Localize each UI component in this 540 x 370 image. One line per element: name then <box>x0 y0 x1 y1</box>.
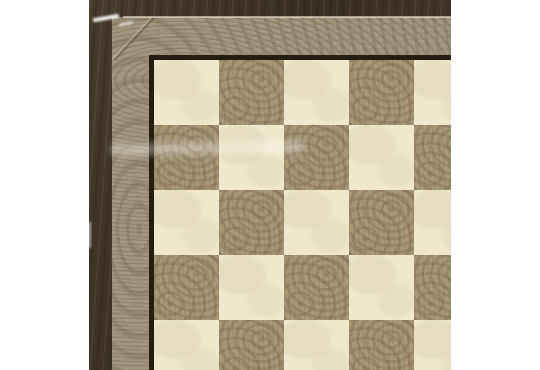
square-e4 <box>414 320 451 370</box>
chessboard-photo <box>89 0 451 370</box>
square-b8 <box>219 60 284 125</box>
square-d8 <box>349 60 414 125</box>
square-d6 <box>349 190 414 255</box>
square-c8 <box>284 60 349 125</box>
gloss-highlight-line <box>123 16 451 18</box>
square-d7 <box>349 125 414 190</box>
square-d4 <box>349 320 414 370</box>
edge-glint <box>89 222 91 248</box>
square-e5 <box>414 255 451 320</box>
chessboard-grid <box>154 60 451 370</box>
square-b7 <box>219 125 284 190</box>
square-c6 <box>284 190 349 255</box>
square-a5 <box>154 255 219 320</box>
square-d5 <box>349 255 414 320</box>
square-e6 <box>414 190 451 255</box>
square-e8 <box>414 60 451 125</box>
square-b5 <box>219 255 284 320</box>
square-a8 <box>154 60 219 125</box>
square-a6 <box>154 190 219 255</box>
product-photo-page <box>0 0 540 370</box>
square-a7 <box>154 125 219 190</box>
square-b4 <box>219 320 284 370</box>
square-a4 <box>154 320 219 370</box>
square-c5 <box>284 255 349 320</box>
square-c4 <box>284 320 349 370</box>
square-b6 <box>219 190 284 255</box>
square-e7 <box>414 125 451 190</box>
square-c7 <box>284 125 349 190</box>
